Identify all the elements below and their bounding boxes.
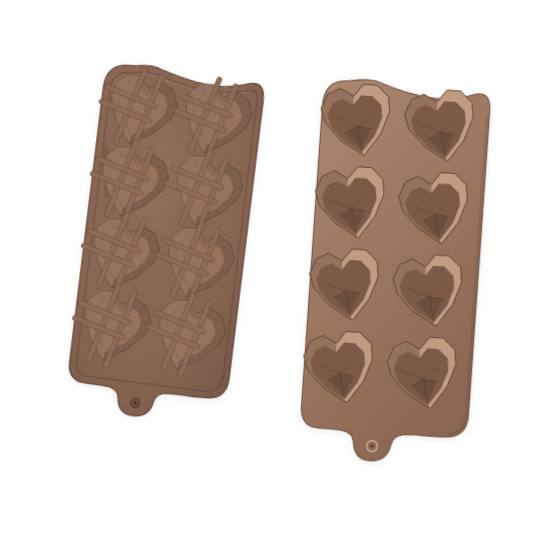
mold-back-side (52, 53, 275, 450)
mold-front-side (287, 68, 499, 494)
mold-front-svg (287, 68, 499, 494)
product-photo-canvas (0, 0, 550, 550)
mold-back-svg (52, 53, 275, 450)
